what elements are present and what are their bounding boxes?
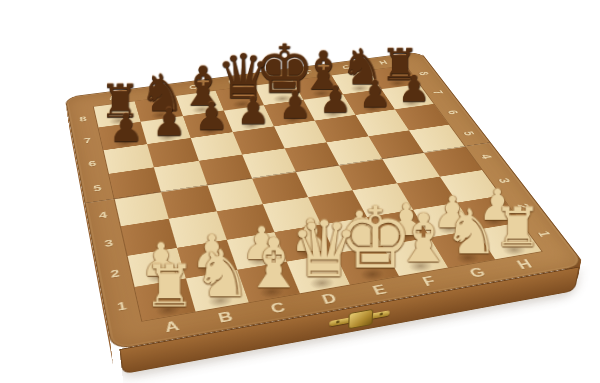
rank-label: 4 (98, 209, 108, 220)
clasp-plate (348, 309, 373, 329)
white-rook-h1[interactable]: ♜ (494, 201, 543, 255)
black-pawn-g7[interactable]: ♟ (358, 75, 391, 112)
black-pawn-e7[interactable]: ♟ (278, 86, 312, 123)
black-pawn-a7[interactable]: ♟ (108, 108, 143, 147)
black-pawn-d7[interactable]: ♟ (236, 91, 270, 129)
rank-label: 4 (477, 153, 495, 159)
square-d7[interactable]: ♟ (224, 105, 274, 132)
white-rook-a1[interactable]: ♜ (143, 258, 195, 317)
black-pawn-c7[interactable]: ♟ (194, 97, 228, 135)
black-pawn-f7[interactable]: ♟ (318, 81, 351, 118)
square-a1[interactable]: ♜ (135, 278, 196, 321)
square-b7[interactable]: ♟ (141, 116, 190, 144)
square-a6[interactable] (104, 144, 154, 174)
square-a7[interactable]: ♟ (99, 122, 148, 150)
file-label: A (163, 319, 181, 336)
chess-case: ABCDEFGH ABCDEFGH 87654321 87654321 ♜♞♝♛… (65, 52, 586, 351)
rank-label: 7 (83, 136, 92, 145)
chess-board: ♜♞♝♛♚♝♞♜♟♟♟♟♟♟♟♟♟♟♟♟♟♟♟♟♜♞♝♛♚♝♞♜ (94, 66, 542, 321)
rank-label: 2 (110, 267, 121, 280)
white-bishop-c1[interactable]: ♝ (243, 229, 305, 298)
file-label: E (371, 283, 389, 298)
file-label: F (420, 274, 438, 289)
chess-set-photo: ABCDEFGH ABCDEFGH 87654321 87654321 ♜♞♝♛… (0, 0, 600, 383)
rank-label: 1 (116, 300, 128, 314)
rank-label: 3 (104, 237, 115, 249)
brass-clasp-icon (327, 305, 392, 331)
square-b6[interactable] (147, 138, 198, 167)
file-label: G (467, 266, 488, 281)
rank-label: 6 (88, 159, 98, 169)
file-label: H (515, 258, 536, 272)
square-c7[interactable]: ♟ (183, 111, 233, 138)
black-pawn-h7[interactable]: ♟ (398, 70, 431, 106)
rank-label: 5 (461, 131, 478, 137)
file-label: D (320, 291, 339, 307)
board-top: ABCDEFGH ABCDEFGH 87654321 87654321 ♜♞♝♛… (65, 52, 586, 351)
file-label: B (217, 309, 235, 325)
file-label: C (269, 300, 288, 316)
square-e7[interactable]: ♟ (264, 100, 315, 126)
rank-label: 8 (79, 115, 88, 123)
rank-label: 6 (445, 110, 461, 116)
white-knight-b1[interactable]: ♞ (193, 242, 251, 307)
rank-label: 5 (93, 183, 103, 193)
rank-label: 7 (430, 90, 446, 95)
black-pawn-b7[interactable]: ♟ (152, 103, 186, 141)
